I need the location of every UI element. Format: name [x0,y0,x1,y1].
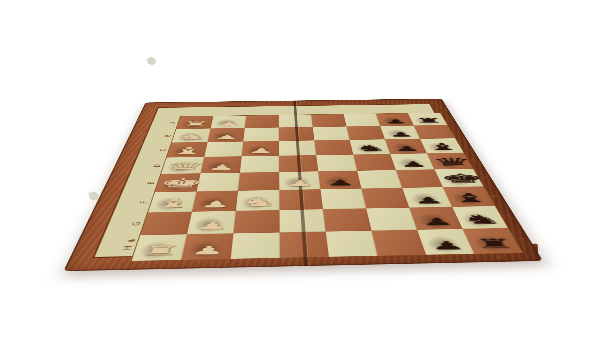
piece-shadow [185,239,225,258]
square-f3: ♞ [236,190,280,211]
piece-shadow [135,240,177,259]
board-wooden-frame: ♜♟♟♜♞♟♟♝♟♞♟♝♛♟♟♛♚♟♟♚♝♟♞♟♝♟♟♞♜♟♟♜ ♞ AABBC… [63,99,543,272]
piece-shadow [174,131,204,141]
rank-label-front-1: 1 [146,260,165,269]
square-h5 [326,231,378,257]
file-label-right-d: D [467,158,482,163]
square-a5 [311,114,346,127]
square-b6 [347,126,385,140]
piece-shadow [239,194,272,209]
piece-shadow [431,156,466,168]
piece-shadow [411,116,441,125]
piece-shadow [282,175,313,189]
square-g5 [323,208,372,231]
file-label-right-b: B [450,129,463,133]
square-c8: ♝ [420,138,464,153]
square-h3 [231,232,280,258]
rank-label-front-3: 3 [247,258,263,267]
piece-shadow [213,118,240,127]
piece-shadow [394,157,428,169]
square-f6 [361,188,409,209]
square-h2: ♟ [181,233,233,259]
square-d2: ♟ [201,156,242,173]
piece-shadow [158,177,193,191]
square-b3 [243,127,279,141]
piece-shadow [379,116,408,125]
piece-shadow [424,141,457,152]
square-c5 [314,140,353,155]
square-b8 [414,125,455,139]
piece-shadow [169,145,200,156]
file-label-left-c: C [157,148,170,153]
rank-label-front-5: 5 [345,256,362,265]
file-label-right-e: E [476,174,492,180]
square-a2: ♟ [211,116,246,129]
file-label-right-a: A [442,117,455,121]
piece-shadow [457,211,499,228]
piece-shadow [468,233,513,252]
square-e6 [357,170,402,189]
rank-label-front-7: 7 [442,254,461,263]
piece-shadow [195,195,230,210]
square-a8: ♜ [408,113,447,126]
square-a6 [344,114,381,127]
rank-label-front-2: 2 [196,259,213,268]
square-e2 [197,173,240,192]
piece-shadow [406,191,444,206]
square-b1: ♞ [172,128,211,142]
file-label-left-g: G [128,220,145,228]
square-e5: ♟ [318,171,361,190]
piece-shadow [190,216,227,233]
square-g2: ♟ [187,211,236,234]
piece-shadow [210,131,238,141]
piece-shadow [383,128,413,138]
maker-logo-icon: ♞ [125,238,137,243]
piece-shadow [447,191,486,206]
square-c2 [204,142,243,157]
square-c6: ♞ [350,139,390,154]
square-f2: ♟ [192,191,238,212]
piece-shadow [388,142,420,153]
board-grid: ♜♟♟♜♞♟♟♝♟♞♟♝♛♟♟♛♚♟♟♚♝♟♞♟♝♟♟♞♜♟♟♜ [132,113,523,261]
square-e1: ♚ [155,173,201,192]
square-d3 [240,156,279,173]
square-e3 [238,172,279,191]
square-h1: ♜ [132,234,187,261]
square-f5 [320,189,366,210]
piece-shadow [321,175,354,189]
square-g8: ♞ [452,206,508,229]
square-g1 [140,212,192,236]
square-c3: ♟ [242,141,279,156]
file-label-left-e: E [144,180,159,186]
piece-shadow [414,212,454,229]
rank-label-front-8: 8 [491,253,511,262]
square-a1: ♜ [176,116,213,129]
piece-shadow [179,119,207,128]
file-label-left-f: F [137,199,153,206]
piece-shadow [439,173,476,186]
square-d6 [353,154,396,171]
square-d8: ♛ [427,153,473,170]
piece-shadow [164,161,197,173]
chess-board-scene: ♜♟♟♜♞♟♟♝♟♞♟♝♛♟♟♛♚♟♟♚♝♟♞♟♝♟♟♞♜♟♟♜ ♞ AABBC… [63,99,543,272]
square-b2: ♟ [208,128,245,142]
piece-shadow [244,144,272,155]
square-f8: ♝ [443,186,495,206]
square-h8: ♜ [463,228,523,254]
square-a3 [245,115,279,128]
file-label-right-h: H [513,236,533,244]
file-label-left-d: D [151,163,165,168]
file-label-left-h: H [119,244,137,253]
square-g3 [233,210,279,233]
file-label-right-g: G [499,213,517,220]
piece-shadow [422,234,465,253]
square-b5 [313,127,350,141]
rank-label-front-6: 6 [394,255,412,264]
square-f1: ♝ [148,191,197,212]
brass-clasp-icon [146,56,158,66]
square-c1: ♝ [167,142,208,157]
piece-shadow [353,143,384,154]
square-g6 [366,208,417,231]
page-background: ♜♟♟♜♞♟♟♝♟♞♟♝♛♟♟♛♚♟♟♚♝♟♞♟♝♟♟♞♜♟♟♜ ♞ AABBC… [0,0,600,360]
square-e8: ♚ [435,169,484,187]
square-d1: ♛ [161,157,204,174]
file-label-left-b: B [162,133,175,138]
file-label-right-f: F [487,193,504,200]
piece-shadow [203,160,234,172]
file-label-right-c: C [458,143,472,148]
piece-shadow [151,196,188,211]
square-d5 [316,155,357,172]
file-label-left-a: A [167,121,179,125]
